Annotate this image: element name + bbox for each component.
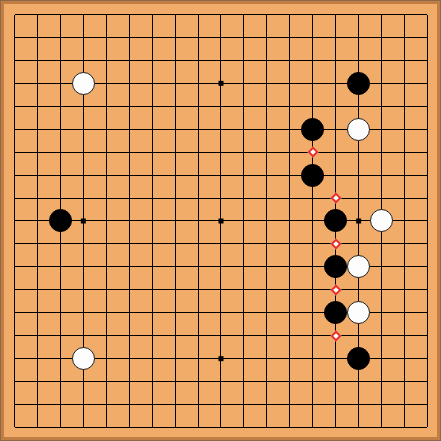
white-stone	[370, 209, 393, 232]
go-board	[0, 0, 441, 441]
diamond-marker	[330, 284, 341, 295]
diamond-marker	[330, 238, 341, 249]
diamond-marker	[330, 192, 341, 203]
white-stone	[347, 301, 370, 324]
white-stone	[72, 72, 95, 95]
black-stone	[301, 118, 324, 141]
stones-layer	[3, 3, 439, 439]
diamond-marker	[307, 146, 318, 157]
black-stone	[301, 164, 324, 187]
white-stone	[347, 255, 370, 278]
black-stone	[324, 255, 347, 278]
black-stone	[324, 209, 347, 232]
white-stone	[347, 118, 370, 141]
black-stone	[347, 347, 370, 370]
diamond-marker	[330, 330, 341, 341]
black-stone	[49, 209, 72, 232]
black-stone	[347, 72, 370, 95]
black-stone	[324, 301, 347, 324]
white-stone	[72, 347, 95, 370]
